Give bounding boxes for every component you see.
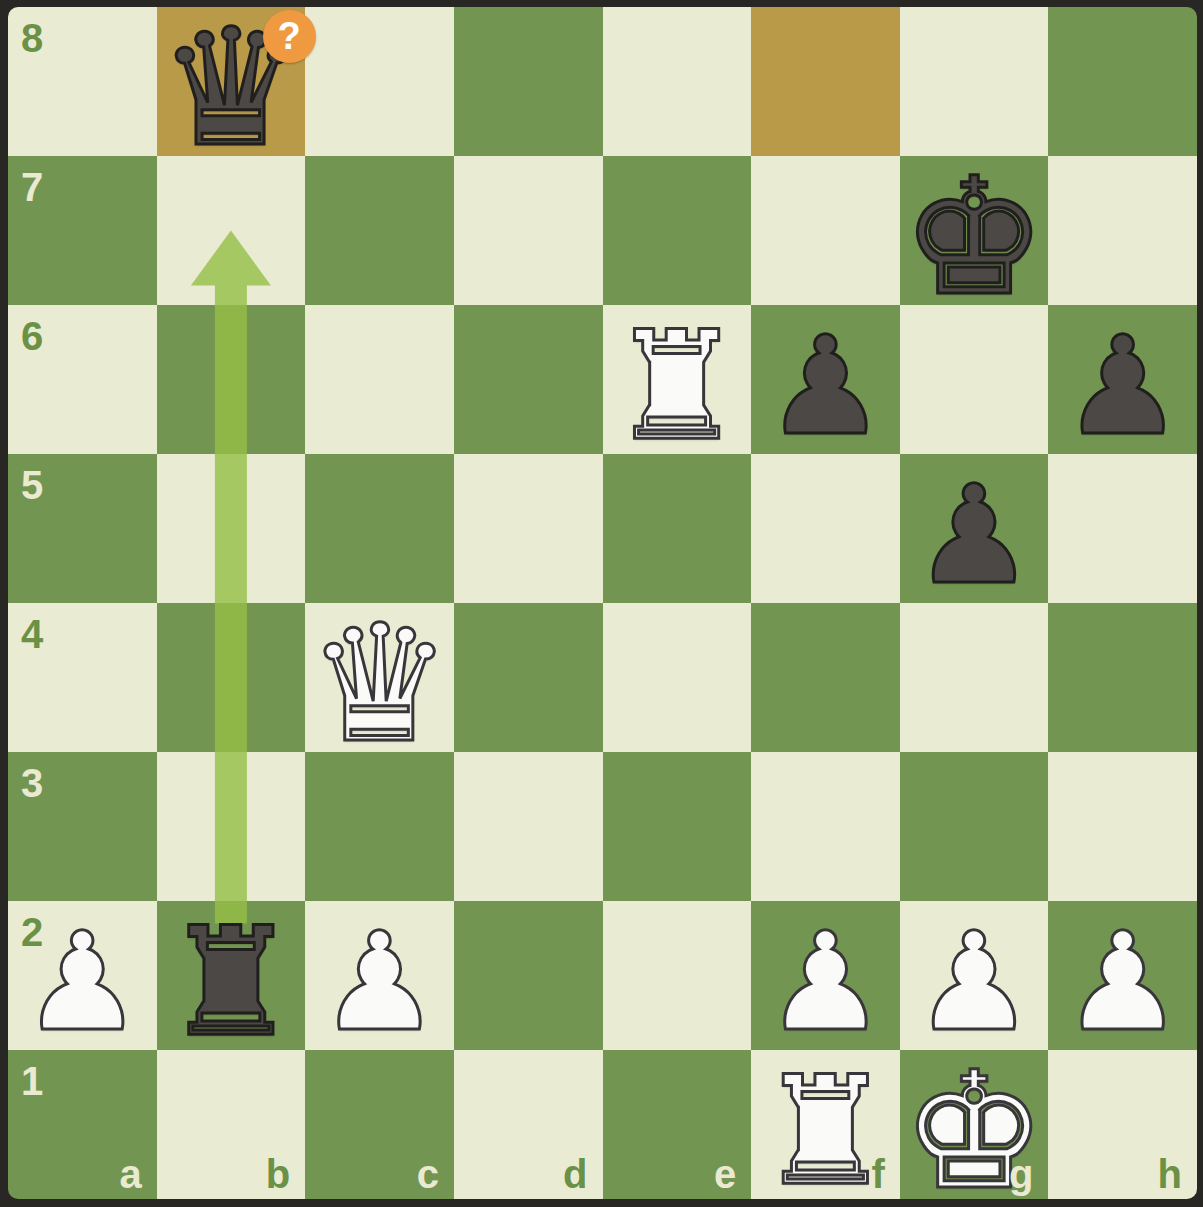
square-a6[interactable]: 6 xyxy=(8,305,157,454)
rank-label-7: 7 xyxy=(21,167,43,207)
file-label-e: e xyxy=(714,1154,736,1194)
square-a4[interactable]: 4 xyxy=(8,603,157,752)
question-mark-icon: ? xyxy=(278,15,301,58)
square-b8[interactable]: ♛? xyxy=(157,7,306,156)
square-f8[interactable] xyxy=(751,7,900,156)
square-h5[interactable] xyxy=(1048,454,1197,603)
chess-app-background: { "game": "chess", "position": { "fen": … xyxy=(0,0,1203,1207)
square-e1[interactable]: e xyxy=(603,1050,752,1199)
square-h4[interactable] xyxy=(1048,603,1197,752)
square-b3[interactable] xyxy=(157,752,306,901)
square-h6[interactable]: ♟ xyxy=(1048,305,1197,454)
square-d1[interactable]: d xyxy=(454,1050,603,1199)
white-king-piece[interactable]: ♚ xyxy=(900,1056,1049,1199)
square-b6[interactable] xyxy=(157,305,306,454)
square-b1[interactable]: b xyxy=(157,1050,306,1199)
black-rook-piece[interactable]: ♜ xyxy=(157,907,306,1056)
square-h3[interactable] xyxy=(1048,752,1197,901)
white-pawn-piece[interactable]: ♟ xyxy=(1048,907,1197,1056)
square-b2[interactable]: ♜ xyxy=(157,901,306,1050)
rank-label-5: 5 xyxy=(21,465,43,505)
square-h2[interactable]: ♟ xyxy=(1048,901,1197,1050)
square-d8[interactable] xyxy=(454,7,603,156)
square-c5[interactable] xyxy=(305,454,454,603)
square-e7[interactable] xyxy=(603,156,752,305)
square-d5[interactable] xyxy=(454,454,603,603)
square-d4[interactable] xyxy=(454,603,603,752)
square-c2[interactable]: ♟ xyxy=(305,901,454,1050)
square-d2[interactable] xyxy=(454,901,603,1050)
square-g8[interactable] xyxy=(900,7,1049,156)
square-f4[interactable] xyxy=(751,603,900,752)
square-c7[interactable] xyxy=(305,156,454,305)
square-a3[interactable]: 3 xyxy=(8,752,157,901)
square-e4[interactable] xyxy=(603,603,752,752)
square-d3[interactable] xyxy=(454,752,603,901)
square-g2[interactable]: ♟ xyxy=(900,901,1049,1050)
square-g5[interactable]: ♟ xyxy=(900,454,1049,603)
square-g1[interactable]: g♚ xyxy=(900,1050,1049,1199)
square-c4[interactable]: ♛ xyxy=(305,603,454,752)
square-a1[interactable]: 1a xyxy=(8,1050,157,1199)
white-pawn-piece[interactable]: ♟ xyxy=(900,907,1049,1056)
square-c8[interactable] xyxy=(305,7,454,156)
white-queen-piece[interactable]: ♛ xyxy=(305,609,454,758)
square-c6[interactable] xyxy=(305,305,454,454)
file-label-b: b xyxy=(266,1154,290,1194)
square-h1[interactable]: h xyxy=(1048,1050,1197,1199)
rank-label-6: 6 xyxy=(21,316,43,356)
square-e3[interactable] xyxy=(603,752,752,901)
square-a5[interactable]: 5 xyxy=(8,454,157,603)
square-a2[interactable]: 2♟ xyxy=(8,901,157,1050)
square-f1[interactable]: f♜ xyxy=(751,1050,900,1199)
black-king-piece[interactable]: ♚ xyxy=(900,162,1049,311)
white-rook-piece[interactable]: ♜ xyxy=(751,1056,900,1199)
square-f2[interactable]: ♟ xyxy=(751,901,900,1050)
square-b5[interactable] xyxy=(157,454,306,603)
black-pawn-piece[interactable]: ♟ xyxy=(900,460,1049,609)
square-a7[interactable]: 7 xyxy=(8,156,157,305)
rank-label-3: 3 xyxy=(21,763,43,803)
file-label-h: h xyxy=(1158,1154,1182,1194)
square-e2[interactable] xyxy=(603,901,752,1050)
rank-label-8: 8 xyxy=(21,18,43,58)
square-d7[interactable] xyxy=(454,156,603,305)
rank-label-1: 1 xyxy=(21,1061,43,1101)
square-h7[interactable] xyxy=(1048,156,1197,305)
white-rook-piece[interactable]: ♜ xyxy=(603,311,752,460)
square-a8[interactable]: 8 xyxy=(8,7,157,156)
white-pawn-piece[interactable]: ♟ xyxy=(751,907,900,1056)
white-pawn-piece[interactable]: ♟ xyxy=(8,907,157,1056)
chess-board: 8♛?7♚6♜♟♟5♟4♛32♟♜♟♟♟♟1abcdef♜g♚h xyxy=(8,7,1197,1199)
file-label-a: a xyxy=(119,1154,141,1194)
square-c1[interactable]: c xyxy=(305,1050,454,1199)
file-label-c: c xyxy=(417,1154,439,1194)
square-f6[interactable]: ♟ xyxy=(751,305,900,454)
square-e8[interactable] xyxy=(603,7,752,156)
square-e5[interactable] xyxy=(603,454,752,603)
square-g4[interactable] xyxy=(900,603,1049,752)
black-pawn-piece[interactable]: ♟ xyxy=(751,311,900,460)
square-g7[interactable]: ♚ xyxy=(900,156,1049,305)
square-b4[interactable] xyxy=(157,603,306,752)
square-e6[interactable]: ♜ xyxy=(603,305,752,454)
square-g3[interactable] xyxy=(900,752,1049,901)
square-h8[interactable] xyxy=(1048,7,1197,156)
square-f5[interactable] xyxy=(751,454,900,603)
square-d6[interactable] xyxy=(454,305,603,454)
black-pawn-piece[interactable]: ♟ xyxy=(1048,311,1197,460)
rank-label-4: 4 xyxy=(21,614,43,654)
square-f3[interactable] xyxy=(751,752,900,901)
move-classification-badge: ? xyxy=(263,10,316,63)
square-f7[interactable] xyxy=(751,156,900,305)
file-label-d: d xyxy=(563,1154,587,1194)
white-pawn-piece[interactable]: ♟ xyxy=(305,907,454,1056)
